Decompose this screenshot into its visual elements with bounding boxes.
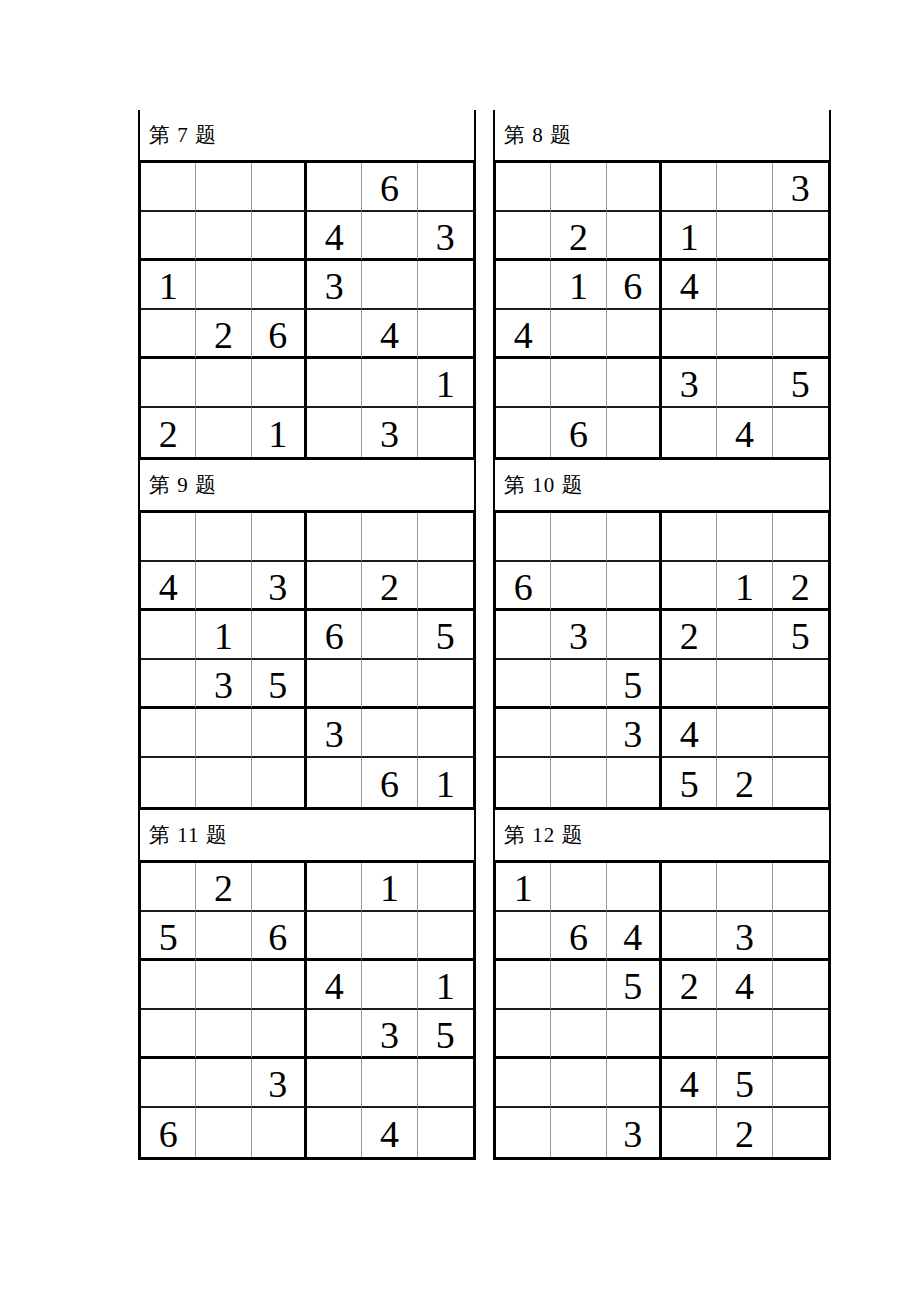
puzzle-8-cell-r6c1 (496, 408, 551, 457)
puzzle-8-cell-r1c5 (717, 163, 772, 212)
puzzle-7-cell-r3c6 (418, 261, 473, 310)
puzzle-12-cell-r3c2 (551, 961, 606, 1010)
puzzle-11-cell-r3c1 (141, 961, 196, 1010)
puzzle-7-cell-r2c4: 4 (307, 212, 362, 261)
puzzle-8-cell-r3c5 (717, 261, 772, 310)
puzzle-11-cell-r6c5: 4 (362, 1108, 417, 1157)
puzzle-11-cell-r2c3: 6 (252, 912, 307, 961)
puzzle-7-cell-r5c3 (252, 359, 307, 408)
puzzle-12-cell-r3c1 (496, 961, 551, 1010)
puzzle-12-cell-r6c4 (662, 1108, 717, 1157)
puzzle-12-cell-r2c1 (496, 912, 551, 961)
puzzle-10-cell-r6c5: 2 (717, 758, 772, 807)
puzzle-10-cell-r5c4: 4 (662, 709, 717, 758)
puzzle-11-cell-r2c1: 5 (141, 912, 196, 961)
puzzle-9-cell-r1c5 (362, 513, 417, 562)
puzzle-11-cell-r4c4 (307, 1010, 362, 1059)
puzzle-11: 第 11 题 21564135364 (138, 810, 476, 1160)
puzzle-10-cell-r1c3 (607, 513, 662, 562)
puzzle-8-cell-r5c2 (551, 359, 606, 408)
puzzle-9-title-bar: 第 9 题 (138, 460, 476, 510)
puzzle-10-cell-r2c3 (607, 562, 662, 611)
puzzle-12-cell-r5c4: 4 (662, 1059, 717, 1108)
puzzle-10: 第 10 题 61232553452 (493, 460, 831, 810)
puzzle-7: 第 7 题 643132641213 (138, 110, 476, 460)
puzzle-9-cell-r4c5 (362, 660, 417, 709)
puzzle-11-cell-r4c5: 3 (362, 1010, 417, 1059)
puzzle-9-cell-r2c6 (418, 562, 473, 611)
puzzle-10-cell-r3c3 (607, 611, 662, 660)
puzzle-9-cell-r5c3 (252, 709, 307, 758)
puzzle-11-cell-r5c2 (196, 1059, 251, 1108)
puzzle-7-cell-r3c4: 3 (307, 261, 362, 310)
puzzle-9-cell-r3c4: 6 (307, 611, 362, 660)
puzzle-9-cell-r2c3: 3 (252, 562, 307, 611)
puzzle-11-cell-r5c6 (418, 1059, 473, 1108)
puzzle-7-cell-r5c5 (362, 359, 417, 408)
puzzle-9-cell-r6c3 (252, 758, 307, 807)
puzzle-9-cell-r2c1: 4 (141, 562, 196, 611)
puzzle-10-cell-r2c2 (551, 562, 606, 611)
puzzle-9-cell-r5c6 (418, 709, 473, 758)
puzzle-9-cell-r4c1 (141, 660, 196, 709)
puzzle-12-cell-r2c5: 3 (717, 912, 772, 961)
puzzle-11-title-bar: 第 11 题 (138, 810, 476, 860)
puzzle-10-cell-r1c4 (662, 513, 717, 562)
puzzle-8-cell-r2c4: 1 (662, 212, 717, 261)
puzzle-11-cell-r6c2 (196, 1108, 251, 1157)
puzzle-9-cell-r6c2 (196, 758, 251, 807)
puzzle-10-cell-r6c4: 5 (662, 758, 717, 807)
puzzle-7-cell-r4c5: 4 (362, 310, 417, 359)
puzzle-10-cell-r5c2 (551, 709, 606, 758)
puzzle-12-cell-r1c1: 1 (496, 863, 551, 912)
puzzle-12-cell-r2c3: 4 (607, 912, 662, 961)
puzzle-9: 第 9 题 43216535361 (138, 460, 476, 810)
puzzle-12-cell-r5c2 (551, 1059, 606, 1108)
puzzle-10-cell-r4c1 (496, 660, 551, 709)
puzzle-10-cell-r4c6 (773, 660, 828, 709)
puzzle-10-cell-r1c5 (717, 513, 772, 562)
puzzle-7-cell-r1c1 (141, 163, 196, 212)
puzzle-7-cell-r4c4 (307, 310, 362, 359)
puzzle-12-cell-r6c6 (773, 1108, 828, 1157)
puzzle-7-cell-r6c2 (196, 408, 251, 457)
puzzle-11-cell-r1c4 (307, 863, 362, 912)
puzzle-8-cell-r2c5 (717, 212, 772, 261)
puzzle-10-cell-r1c6 (773, 513, 828, 562)
puzzle-11-cell-r6c1: 6 (141, 1108, 196, 1157)
puzzle-8-cell-r4c5 (717, 310, 772, 359)
puzzle-12-cell-r4c2 (551, 1010, 606, 1059)
puzzle-8-cell-r4c1: 4 (496, 310, 551, 359)
puzzle-11-cell-r3c3 (252, 961, 307, 1010)
puzzle-8-cell-r6c6 (773, 408, 828, 457)
puzzle-7-cell-r3c5 (362, 261, 417, 310)
puzzle-7-cell-r5c2 (196, 359, 251, 408)
puzzle-8-cell-r1c1 (496, 163, 551, 212)
puzzle-11-cell-r6c4 (307, 1108, 362, 1157)
puzzle-7-cell-r1c3 (252, 163, 307, 212)
puzzle-8-cell-r1c6: 3 (773, 163, 828, 212)
puzzle-9-cell-r3c6: 5 (418, 611, 473, 660)
puzzle-7-cell-r6c3: 1 (252, 408, 307, 457)
sudoku-grid-11: 21564135364 (138, 860, 476, 1160)
puzzle-9-cell-r6c5: 6 (362, 758, 417, 807)
puzzle-10-cell-r2c4 (662, 562, 717, 611)
puzzle-7-cell-r3c3 (252, 261, 307, 310)
puzzle-10-cell-r3c6: 5 (773, 611, 828, 660)
puzzle-11-cell-r4c1 (141, 1010, 196, 1059)
puzzle-12-cell-r3c4: 2 (662, 961, 717, 1010)
puzzle-11-cell-r2c6 (418, 912, 473, 961)
puzzle-8-cell-r4c3 (607, 310, 662, 359)
puzzle-9-cell-r4c2: 3 (196, 660, 251, 709)
puzzle-9-cell-r6c6: 1 (418, 758, 473, 807)
puzzle-8-cell-r3c1 (496, 261, 551, 310)
puzzle-9-cell-r6c1 (141, 758, 196, 807)
sudoku-grid-8: 32116443564 (493, 160, 831, 460)
puzzle-7-cell-r5c4 (307, 359, 362, 408)
puzzle-9-cell-r3c1 (141, 611, 196, 660)
puzzle-12-cell-r5c6 (773, 1059, 828, 1108)
puzzle-11-cell-r1c3 (252, 863, 307, 912)
puzzle-8-cell-r1c4 (662, 163, 717, 212)
puzzle-12-title: 第 12 题 (504, 821, 584, 849)
puzzle-7-cell-r2c2 (196, 212, 251, 261)
puzzle-7-cell-r1c4 (307, 163, 362, 212)
puzzle-9-cell-r1c4 (307, 513, 362, 562)
puzzle-11-cell-r4c2 (196, 1010, 251, 1059)
puzzle-11-cell-r3c4: 4 (307, 961, 362, 1010)
puzzle-8-title: 第 8 题 (504, 121, 572, 149)
puzzle-11-cell-r2c5 (362, 912, 417, 961)
puzzle-7-cell-r2c5 (362, 212, 417, 261)
puzzle-10-cell-r6c3 (607, 758, 662, 807)
puzzle-12-cell-r1c2 (551, 863, 606, 912)
puzzle-8-cell-r6c4 (662, 408, 717, 457)
puzzle-11-cell-r4c6: 5 (418, 1010, 473, 1059)
puzzle-12-cell-r1c6 (773, 863, 828, 912)
puzzle-10-cell-r5c6 (773, 709, 828, 758)
puzzle-10-cell-r5c3: 3 (607, 709, 662, 758)
puzzle-9-cell-r5c4: 3 (307, 709, 362, 758)
puzzle-10-cell-r4c3: 5 (607, 660, 662, 709)
puzzle-7-cell-r2c6: 3 (418, 212, 473, 261)
puzzle-8-cell-r3c3: 6 (607, 261, 662, 310)
puzzle-10-cell-r4c2 (551, 660, 606, 709)
puzzle-9-cell-r2c2 (196, 562, 251, 611)
puzzle-7-title: 第 7 题 (149, 121, 217, 149)
puzzle-12-cell-r6c2 (551, 1108, 606, 1157)
puzzle-8-cell-r4c2 (551, 310, 606, 359)
puzzle-7-cell-r1c6 (418, 163, 473, 212)
puzzle-11-cell-r1c1 (141, 863, 196, 912)
puzzle-7-cell-r4c6 (418, 310, 473, 359)
sudoku-worksheet-page: 第 7 题 643132641213 第 8 题 32116443564 第 9… (0, 0, 920, 1302)
puzzle-12-cell-r3c6 (773, 961, 828, 1010)
puzzle-10-cell-r3c4: 2 (662, 611, 717, 660)
puzzle-8-cell-r1c3 (607, 163, 662, 212)
puzzle-10-cell-r2c5: 1 (717, 562, 772, 611)
sudoku-grid-12: 16435244532 (493, 860, 831, 1160)
puzzle-10-cell-r4c4 (662, 660, 717, 709)
puzzle-10-cell-r6c6 (773, 758, 828, 807)
puzzle-9-cell-r1c2 (196, 513, 251, 562)
puzzle-9-cell-r4c3: 5 (252, 660, 307, 709)
puzzle-7-cell-r6c4 (307, 408, 362, 457)
puzzle-12-cell-r5c5: 5 (717, 1059, 772, 1108)
puzzle-12-cell-r1c3 (607, 863, 662, 912)
puzzle-9-cell-r5c2 (196, 709, 251, 758)
puzzle-9-cell-r3c3 (252, 611, 307, 660)
puzzle-7-cell-r6c6 (418, 408, 473, 457)
puzzle-12-cell-r3c3: 5 (607, 961, 662, 1010)
puzzle-11-cell-r1c2: 2 (196, 863, 251, 912)
puzzle-7-cell-r2c1 (141, 212, 196, 261)
puzzle-11-cell-r1c5: 1 (362, 863, 417, 912)
puzzle-10-cell-r3c1 (496, 611, 551, 660)
puzzle-7-cell-r2c3 (252, 212, 307, 261)
puzzle-7-cell-r5c6: 1 (418, 359, 473, 408)
puzzle-11-cell-r2c2 (196, 912, 251, 961)
puzzle-12-cell-r2c2: 6 (551, 912, 606, 961)
puzzle-12-cell-r4c5 (717, 1010, 772, 1059)
puzzle-8-cell-r5c4: 3 (662, 359, 717, 408)
puzzle-8-cell-r2c1 (496, 212, 551, 261)
puzzle-10-title-bar: 第 10 题 (493, 460, 831, 510)
puzzle-12-cell-r1c4 (662, 863, 717, 912)
puzzle-11-cell-r6c3 (252, 1108, 307, 1157)
puzzle-9-cell-r3c2: 1 (196, 611, 251, 660)
puzzle-9-cell-r6c4 (307, 758, 362, 807)
puzzle-10-cell-r5c5 (717, 709, 772, 758)
puzzle-12-cell-r5c3 (607, 1059, 662, 1108)
puzzle-11-cell-r6c6 (418, 1108, 473, 1157)
puzzle-8: 第 8 题 32116443564 (493, 110, 831, 460)
puzzle-10-cell-r1c1 (496, 513, 551, 562)
puzzle-12-title-bar: 第 12 题 (493, 810, 831, 860)
puzzle-10-cell-r6c2 (551, 758, 606, 807)
puzzle-8-cell-r6c2: 6 (551, 408, 606, 457)
puzzle-8-cell-r4c6 (773, 310, 828, 359)
puzzle-12: 第 12 题 16435244532 (493, 810, 831, 1160)
puzzle-10-cell-r5c1 (496, 709, 551, 758)
puzzle-7-cell-r4c3: 6 (252, 310, 307, 359)
puzzle-10-title: 第 10 题 (504, 471, 584, 499)
puzzle-12-cell-r1c5 (717, 863, 772, 912)
puzzle-11-cell-r3c5 (362, 961, 417, 1010)
puzzle-9-cell-r5c5 (362, 709, 417, 758)
puzzle-10-cell-r2c6: 2 (773, 562, 828, 611)
puzzle-12-cell-r4c4 (662, 1010, 717, 1059)
puzzle-8-cell-r5c1 (496, 359, 551, 408)
puzzle-8-title-bar: 第 8 题 (493, 110, 831, 160)
puzzle-10-cell-r3c2: 3 (551, 611, 606, 660)
puzzle-7-title-bar: 第 7 题 (138, 110, 476, 160)
puzzle-11-cell-r3c2 (196, 961, 251, 1010)
puzzle-12-cell-r4c3 (607, 1010, 662, 1059)
puzzle-12-cell-r4c1 (496, 1010, 551, 1059)
puzzle-12-cell-r3c5: 4 (717, 961, 772, 1010)
puzzle-8-cell-r6c3 (607, 408, 662, 457)
puzzle-12-cell-r4c6 (773, 1010, 828, 1059)
puzzle-11-cell-r2c4 (307, 912, 362, 961)
puzzle-9-cell-r4c4 (307, 660, 362, 709)
puzzle-11-cell-r5c1 (141, 1059, 196, 1108)
puzzle-9-cell-r2c4 (307, 562, 362, 611)
puzzle-12-cell-r6c1 (496, 1108, 551, 1157)
puzzle-7-cell-r4c2: 2 (196, 310, 251, 359)
puzzle-8-cell-r2c3 (607, 212, 662, 261)
puzzle-9-cell-r2c5: 2 (362, 562, 417, 611)
puzzle-7-cell-r4c1 (141, 310, 196, 359)
puzzle-9-cell-r5c1 (141, 709, 196, 758)
puzzle-10-cell-r3c5 (717, 611, 772, 660)
puzzle-9-cell-r1c6 (418, 513, 473, 562)
puzzle-8-cell-r5c6: 5 (773, 359, 828, 408)
puzzle-8-cell-r6c5: 4 (717, 408, 772, 457)
puzzle-9-cell-r3c5 (362, 611, 417, 660)
puzzle-7-cell-r6c5: 3 (362, 408, 417, 457)
puzzle-9-title: 第 9 题 (149, 471, 217, 499)
puzzle-8-cell-r2c6 (773, 212, 828, 261)
puzzle-8-cell-r5c5 (717, 359, 772, 408)
puzzle-11-cell-r5c5 (362, 1059, 417, 1108)
puzzle-8-cell-r1c2 (551, 163, 606, 212)
puzzle-11-cell-r5c3: 3 (252, 1059, 307, 1108)
sudoku-grid-9: 43216535361 (138, 510, 476, 810)
puzzle-11-cell-r3c6: 1 (418, 961, 473, 1010)
puzzle-12-cell-r6c5: 2 (717, 1108, 772, 1157)
puzzle-8-cell-r3c2: 1 (551, 261, 606, 310)
puzzle-8-cell-r3c6 (773, 261, 828, 310)
sudoku-grid-10: 61232553452 (493, 510, 831, 810)
puzzle-10-cell-r6c1 (496, 758, 551, 807)
puzzle-7-cell-r3c2 (196, 261, 251, 310)
puzzle-11-cell-r1c6 (418, 863, 473, 912)
puzzle-7-cell-r1c5: 6 (362, 163, 417, 212)
puzzle-12-cell-r2c4 (662, 912, 717, 961)
puzzle-11-cell-r4c3 (252, 1010, 307, 1059)
puzzle-9-cell-r1c1 (141, 513, 196, 562)
puzzle-9-cell-r1c3 (252, 513, 307, 562)
puzzle-11-cell-r5c4 (307, 1059, 362, 1108)
puzzle-12-cell-r6c3: 3 (607, 1108, 662, 1157)
puzzle-7-cell-r1c2 (196, 163, 251, 212)
puzzle-12-cell-r2c6 (773, 912, 828, 961)
sudoku-grid-7: 643132641213 (138, 160, 476, 460)
puzzle-12-cell-r5c1 (496, 1059, 551, 1108)
puzzle-9-cell-r4c6 (418, 660, 473, 709)
puzzle-8-cell-r2c2: 2 (551, 212, 606, 261)
puzzle-11-title: 第 11 题 (149, 821, 228, 849)
puzzle-10-cell-r1c2 (551, 513, 606, 562)
puzzle-10-cell-r2c1: 6 (496, 562, 551, 611)
puzzle-10-cell-r4c5 (717, 660, 772, 709)
puzzle-7-cell-r6c1: 2 (141, 408, 196, 457)
puzzle-8-cell-r5c3 (607, 359, 662, 408)
puzzle-7-cell-r5c1 (141, 359, 196, 408)
puzzle-7-cell-r3c1: 1 (141, 261, 196, 310)
puzzle-8-cell-r4c4 (662, 310, 717, 359)
puzzle-8-cell-r3c4: 4 (662, 261, 717, 310)
